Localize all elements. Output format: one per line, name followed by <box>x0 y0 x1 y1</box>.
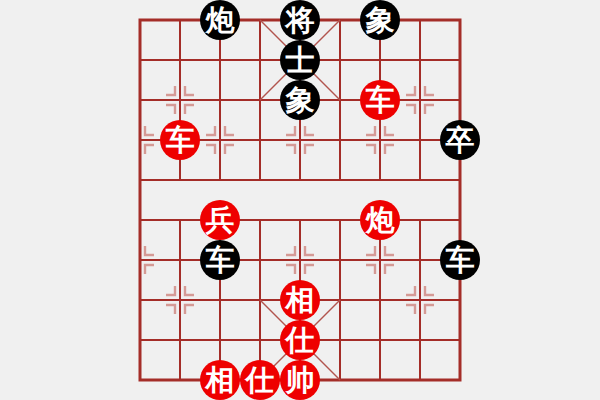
piece-black-elephant[interactable]: 象 <box>360 0 400 40</box>
board-pieces: 炮将象士象车车卒兵炮车车相仕相仕帅 <box>0 0 600 400</box>
piece-red-chariot[interactable]: 车 <box>360 80 400 120</box>
xiangqi-board-screenshot: 炮将象士象车车卒兵炮车车相仕相仕帅 <box>0 0 600 400</box>
piece-black-soldier[interactable]: 卒 <box>440 120 480 160</box>
piece-black-chariot[interactable]: 车 <box>200 240 240 280</box>
piece-red-elephant[interactable]: 相 <box>280 280 320 320</box>
piece-black-general[interactable]: 将 <box>280 0 320 40</box>
piece-red-chariot[interactable]: 车 <box>160 120 200 160</box>
piece-red-cannon[interactable]: 炮 <box>360 200 400 240</box>
piece-red-advisor[interactable]: 仕 <box>240 360 280 400</box>
piece-red-advisor[interactable]: 仕 <box>280 320 320 360</box>
piece-red-soldier[interactable]: 兵 <box>200 200 240 240</box>
piece-red-general[interactable]: 帅 <box>280 360 320 400</box>
piece-red-elephant[interactable]: 相 <box>200 360 240 400</box>
piece-black-cannon[interactable]: 炮 <box>200 0 240 40</box>
piece-black-advisor[interactable]: 士 <box>280 40 320 80</box>
piece-black-chariot[interactable]: 车 <box>440 240 480 280</box>
piece-black-elephant[interactable]: 象 <box>280 80 320 120</box>
